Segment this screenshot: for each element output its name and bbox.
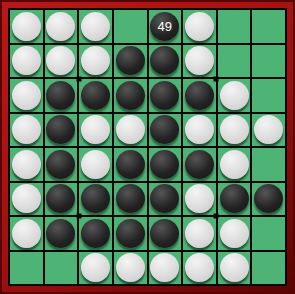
cell-f6[interactable] [183,183,216,216]
black-disc [81,184,110,213]
white-disc [12,115,41,144]
white-disc [46,12,75,41]
white-disc [185,115,214,144]
white-disc [220,253,249,282]
cell-h6[interactable] [252,183,285,216]
black-disc [150,184,179,213]
cell-d6[interactable] [114,183,147,216]
black-disc [185,81,214,110]
white-disc [81,253,110,282]
black-disc [116,219,145,248]
white-disc [185,219,214,248]
black-disc [254,184,283,213]
white-disc [81,12,110,41]
white-disc [81,115,110,144]
black-disc [46,184,75,213]
white-disc [81,150,110,179]
black-disc [46,219,75,248]
cell-g8[interactable] [218,252,251,285]
black-disc [150,219,179,248]
cell-c2[interactable] [79,45,112,78]
cell-g2[interactable] [218,45,251,78]
white-disc [220,115,249,144]
cell-f8[interactable] [183,252,216,285]
board-frame: 49 [0,0,295,294]
cell-d1[interactable] [114,10,147,43]
cell-c5[interactable] [79,148,112,181]
cell-f2[interactable] [183,45,216,78]
white-disc [150,253,179,282]
cell-h4[interactable] [252,114,285,147]
cell-c6[interactable] [79,183,112,216]
cell-b3[interactable] [45,79,78,112]
cell-a8[interactable] [10,252,43,285]
cell-h8[interactable] [252,252,285,285]
cell-h7[interactable] [252,217,285,250]
white-disc [12,184,41,213]
cell-a7[interactable] [10,217,43,250]
white-disc [254,115,283,144]
cell-f5[interactable] [183,148,216,181]
cell-a1[interactable] [10,10,43,43]
star-point [76,76,81,81]
cell-g5[interactable] [218,148,251,181]
cell-b8[interactable] [45,252,78,285]
white-disc [185,184,214,213]
othello-board: 49 [10,10,285,284]
cell-a6[interactable] [10,183,43,216]
cell-d7[interactable] [114,217,147,250]
cell-g4[interactable] [218,114,251,147]
black-disc [150,150,179,179]
white-disc [81,46,110,75]
white-disc [220,81,249,110]
cell-e1[interactable]: 49 [149,10,182,43]
cell-c8[interactable] [79,252,112,285]
cell-f1[interactable] [183,10,216,43]
board-inner-frame: 49 [8,8,287,286]
cell-b5[interactable] [45,148,78,181]
cell-a3[interactable] [10,79,43,112]
black-disc [116,184,145,213]
black-disc [81,81,110,110]
cell-h5[interactable] [252,148,285,181]
cell-b7[interactable] [45,217,78,250]
black-disc [150,46,179,75]
cell-d5[interactable] [114,148,147,181]
cell-e7[interactable] [149,217,182,250]
white-disc [116,115,145,144]
cell-f3[interactable] [183,79,216,112]
white-disc [185,253,214,282]
cell-d8[interactable] [114,252,147,285]
white-disc [12,150,41,179]
cell-c3[interactable] [79,79,112,112]
black-disc [81,219,110,248]
cell-e2[interactable] [149,45,182,78]
black-disc [46,150,75,179]
cell-b2[interactable] [45,45,78,78]
cell-e5[interactable] [149,148,182,181]
star-point [214,76,219,81]
cell-b1[interactable] [45,10,78,43]
black-disc [220,184,249,213]
cell-d4[interactable] [114,114,147,147]
white-disc [12,81,41,110]
cell-g7[interactable] [218,217,251,250]
cell-h2[interactable] [252,45,285,78]
cell-c7[interactable] [79,217,112,250]
cell-d2[interactable] [114,45,147,78]
white-disc [12,46,41,75]
black-disc [116,46,145,75]
star-point [214,213,219,218]
white-disc [185,12,214,41]
black-disc [150,115,179,144]
white-disc [116,253,145,282]
cell-e8[interactable] [149,252,182,285]
cell-g3[interactable] [218,79,251,112]
white-disc [12,12,41,41]
black-disc [46,81,75,110]
black-disc [185,150,214,179]
cell-e6[interactable] [149,183,182,216]
black-disc [46,115,75,144]
cell-d3[interactable] [114,79,147,112]
last-move-number: 49 [158,20,172,33]
cell-e4[interactable] [149,114,182,147]
cell-h3[interactable] [252,79,285,112]
cell-f7[interactable] [183,217,216,250]
star-point [76,213,81,218]
cell-h1[interactable] [252,10,285,43]
cell-a2[interactable] [10,45,43,78]
cell-g1[interactable] [218,10,251,43]
cell-c4[interactable] [79,114,112,147]
cell-b4[interactable] [45,114,78,147]
white-disc [220,150,249,179]
black-disc [150,81,179,110]
cell-a4[interactable] [10,114,43,147]
cell-c1[interactable] [79,10,112,43]
cell-a5[interactable] [10,148,43,181]
black-disc: 49 [150,12,179,41]
cell-b6[interactable] [45,183,78,216]
black-disc [116,81,145,110]
black-disc [116,150,145,179]
white-disc [46,46,75,75]
white-disc [185,46,214,75]
white-disc [220,219,249,248]
cell-e3[interactable] [149,79,182,112]
cell-f4[interactable] [183,114,216,147]
cell-g6[interactable] [218,183,251,216]
white-disc [12,219,41,248]
